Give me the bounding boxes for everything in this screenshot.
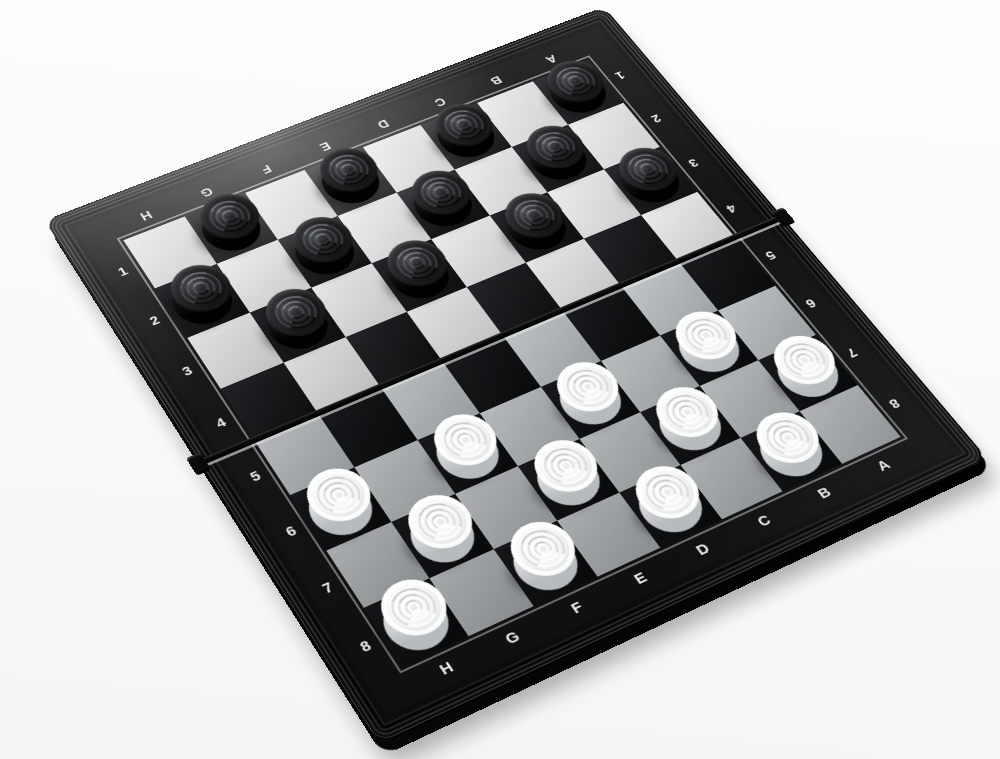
piece-white-man-e7[interactable] <box>518 439 619 521</box>
board: HGFEDCBAHGFEDCBA1234567812345678 <box>45 7 988 746</box>
piece-black-man-b2[interactable] <box>512 125 604 193</box>
pieces-layer <box>45 7 988 746</box>
piece-black-man-c1[interactable] <box>420 103 511 170</box>
piece-white-man-b6[interactable] <box>660 310 758 386</box>
piece-black-man-e3[interactable] <box>372 239 467 312</box>
piece-black-man-h2[interactable] <box>155 264 250 338</box>
piece-black-man-e1[interactable] <box>304 147 396 216</box>
piece-black-man-d2[interactable] <box>397 170 490 240</box>
piece-white-man-f6[interactable] <box>418 413 518 494</box>
piece-black-man-g3[interactable] <box>250 288 346 363</box>
piece-white-man-d6[interactable] <box>541 361 640 439</box>
piece-white-man-b8[interactable] <box>741 411 843 491</box>
piece-black-man-f2[interactable] <box>278 216 372 288</box>
piece-black-man-a3[interactable] <box>604 147 697 215</box>
piece-white-man-d8[interactable] <box>619 465 722 548</box>
photo-background: HGFEDCBAHGFEDCBA1234567812345678 <box>0 0 1000 759</box>
piece-black-man-g1[interactable] <box>185 193 278 264</box>
piece-white-man-a7[interactable] <box>758 335 857 412</box>
piece-white-man-g7[interactable] <box>391 494 493 578</box>
piece-black-man-c3[interactable] <box>490 192 584 262</box>
piece-white-man-f8[interactable] <box>494 521 598 607</box>
piece-white-man-h6[interactable] <box>290 467 391 550</box>
piece-black-man-a1[interactable] <box>533 60 623 125</box>
piece-white-man-h8[interactable] <box>364 578 469 667</box>
piece-white-man-c7[interactable] <box>640 386 740 465</box>
